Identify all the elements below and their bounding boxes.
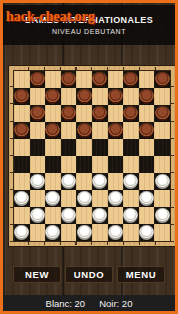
square xyxy=(139,173,155,190)
square xyxy=(30,88,46,105)
square xyxy=(61,190,77,207)
square[interactable]: ⛀ xyxy=(14,224,30,241)
square xyxy=(14,105,30,122)
square[interactable]: ⛀ xyxy=(123,173,139,190)
square[interactable]: ⛂ xyxy=(108,122,124,139)
white-piece[interactable]: ⛀ xyxy=(30,174,45,189)
square xyxy=(76,71,92,88)
square xyxy=(108,207,124,224)
square xyxy=(139,71,155,88)
white-piece[interactable]: ⛀ xyxy=(123,208,138,223)
square[interactable]: ⛂ xyxy=(123,71,139,88)
black-piece[interactable]: ⛂ xyxy=(155,106,170,121)
white-piece[interactable]: ⛀ xyxy=(14,225,29,240)
square[interactable]: ⛀ xyxy=(45,190,61,207)
square[interactable]: ⛂ xyxy=(139,122,155,139)
black-piece[interactable]: ⛂ xyxy=(14,123,29,138)
menu-button[interactable]: MENU xyxy=(117,266,165,283)
square[interactable]: ⛂ xyxy=(45,122,61,139)
app-screen: hack-cheat.org DAMES INTERNATIONALES NIV… xyxy=(0,0,178,314)
white-piece[interactable]: ⛀ xyxy=(92,208,107,223)
coordinate-ticks-bottom xyxy=(13,242,171,245)
black-piece[interactable]: ⛂ xyxy=(92,72,107,87)
square xyxy=(45,71,61,88)
black-count: Noir: 20 xyxy=(99,298,132,309)
square xyxy=(61,122,77,139)
square[interactable]: ⛂ xyxy=(14,88,30,105)
black-piece[interactable]: ⛂ xyxy=(14,89,29,104)
square[interactable]: ⛀ xyxy=(108,190,124,207)
black-piece[interactable]: ⛂ xyxy=(108,123,123,138)
white-piece[interactable]: ⛀ xyxy=(139,225,154,240)
square[interactable] xyxy=(139,156,155,173)
white-piece[interactable]: ⛀ xyxy=(45,191,60,206)
square xyxy=(123,88,139,105)
square xyxy=(45,105,61,122)
square[interactable]: ⛂ xyxy=(92,105,108,122)
square[interactable]: ⛂ xyxy=(61,71,77,88)
square[interactable]: ⛀ xyxy=(92,207,108,224)
square xyxy=(30,156,46,173)
square xyxy=(61,224,77,241)
status-bar: Blanc: 20 Noir: 20 xyxy=(3,295,175,311)
square xyxy=(108,173,124,190)
square[interactable]: ⛀ xyxy=(139,224,155,241)
square[interactable]: ⛀ xyxy=(45,224,61,241)
square xyxy=(30,190,46,207)
square xyxy=(154,224,170,241)
coordinate-ticks-top xyxy=(13,67,171,70)
square[interactable]: ⛂ xyxy=(139,88,155,105)
black-piece[interactable]: ⛂ xyxy=(123,106,138,121)
square xyxy=(123,224,139,241)
black-piece[interactable]: ⛂ xyxy=(45,123,60,138)
square[interactable]: ⛂ xyxy=(108,88,124,105)
black-piece[interactable]: ⛂ xyxy=(139,123,154,138)
black-piece[interactable]: ⛂ xyxy=(30,106,45,121)
black-piece[interactable]: ⛂ xyxy=(30,72,45,87)
square[interactable]: ⛀ xyxy=(30,173,46,190)
black-piece[interactable]: ⛂ xyxy=(123,72,138,87)
square[interactable] xyxy=(154,139,170,156)
black-piece[interactable]: ⛂ xyxy=(77,123,92,138)
square xyxy=(76,139,92,156)
new-button[interactable]: NEW xyxy=(13,266,61,283)
black-piece[interactable]: ⛂ xyxy=(61,106,76,121)
square[interactable] xyxy=(76,156,92,173)
square xyxy=(76,173,92,190)
button-row: NEW UNDO MENU xyxy=(3,266,175,283)
square xyxy=(30,122,46,139)
square[interactable]: ⛀ xyxy=(139,190,155,207)
square xyxy=(123,190,139,207)
square xyxy=(139,105,155,122)
square[interactable]: ⛂ xyxy=(45,88,61,105)
square xyxy=(123,122,139,139)
board-grid: ⛂⛂⛂⛂⛂⛂⛂⛂⛂⛂⛂⛂⛂⛂⛂⛂⛂⛂⛂⛂⛀⛀⛀⛀⛀⛀⛀⛀⛀⛀⛀⛀⛀⛀⛀⛀⛀⛀⛀⛀ xyxy=(13,70,171,242)
square xyxy=(14,173,30,190)
square xyxy=(14,139,30,156)
black-piece[interactable]: ⛂ xyxy=(155,72,170,87)
square[interactable]: ⛂ xyxy=(30,105,46,122)
white-piece[interactable]: ⛀ xyxy=(61,174,76,189)
square xyxy=(61,88,77,105)
square xyxy=(154,156,170,173)
square xyxy=(108,71,124,88)
square xyxy=(139,139,155,156)
square[interactable] xyxy=(30,139,46,156)
white-piece[interactable]: ⛀ xyxy=(108,225,123,240)
square xyxy=(45,139,61,156)
square xyxy=(45,173,61,190)
square[interactable]: ⛂ xyxy=(154,71,170,88)
square[interactable]: ⛀ xyxy=(14,190,30,207)
square[interactable]: ⛂ xyxy=(30,71,46,88)
white-piece[interactable]: ⛀ xyxy=(61,208,76,223)
watermark: hack-cheat.org xyxy=(6,10,95,24)
coordinate-ticks-left xyxy=(10,70,13,242)
square xyxy=(76,105,92,122)
square xyxy=(92,156,108,173)
square xyxy=(154,190,170,207)
white-piece[interactable]: ⛀ xyxy=(14,191,29,206)
difficulty-level: NIVEAU DEBUTANT xyxy=(52,28,126,35)
square[interactable]: ⛀ xyxy=(76,190,92,207)
white-piece[interactable]: ⛀ xyxy=(77,225,92,240)
black-piece[interactable]: ⛂ xyxy=(139,89,154,104)
square xyxy=(154,88,170,105)
black-piece[interactable]: ⛂ xyxy=(108,89,123,104)
black-piece[interactable]: ⛂ xyxy=(77,89,92,104)
square xyxy=(45,207,61,224)
square xyxy=(154,122,170,139)
square[interactable]: ⛂ xyxy=(14,122,30,139)
black-piece[interactable]: ⛂ xyxy=(92,106,107,121)
square[interactable]: ⛀ xyxy=(76,224,92,241)
square[interactable]: ⛂ xyxy=(76,88,92,105)
square[interactable]: ⛀ xyxy=(108,224,124,241)
square[interactable]: ⛀ xyxy=(61,173,77,190)
square xyxy=(123,156,139,173)
square xyxy=(14,207,30,224)
square[interactable]: ⛂ xyxy=(61,105,77,122)
square xyxy=(108,139,124,156)
white-piece[interactable]: ⛀ xyxy=(123,174,138,189)
white-piece[interactable]: ⛀ xyxy=(139,191,154,206)
white-piece[interactable]: ⛀ xyxy=(155,174,170,189)
white-count: Blanc: 20 xyxy=(46,298,86,309)
white-piece[interactable]: ⛀ xyxy=(45,225,60,240)
square[interactable] xyxy=(108,156,124,173)
white-piece[interactable]: ⛀ xyxy=(92,174,107,189)
square xyxy=(61,156,77,173)
square xyxy=(30,224,46,241)
square[interactable] xyxy=(61,139,77,156)
square xyxy=(92,190,108,207)
square[interactable]: ⛂ xyxy=(76,122,92,139)
board: ⛂⛂⛂⛂⛂⛂⛂⛂⛂⛂⛂⛂⛂⛂⛂⛂⛂⛂⛂⛂⛀⛀⛀⛀⛀⛀⛀⛀⛀⛀⛀⛀⛀⛀⛀⛀⛀⛀⛀⛀ xyxy=(8,65,176,247)
square[interactable]: ⛀ xyxy=(61,207,77,224)
square[interactable]: ⛂ xyxy=(92,71,108,88)
white-piece[interactable]: ⛀ xyxy=(108,191,123,206)
square[interactable]: ⛀ xyxy=(123,207,139,224)
square[interactable] xyxy=(92,139,108,156)
square xyxy=(14,71,30,88)
square[interactable]: ⛂ xyxy=(154,105,170,122)
square[interactable] xyxy=(45,156,61,173)
square[interactable] xyxy=(123,139,139,156)
white-piece[interactable]: ⛀ xyxy=(77,191,92,206)
square[interactable]: ⛂ xyxy=(123,105,139,122)
square xyxy=(108,105,124,122)
square xyxy=(92,224,108,241)
square xyxy=(139,207,155,224)
black-piece[interactable]: ⛂ xyxy=(45,89,60,104)
coordinate-ticks-right xyxy=(171,70,174,242)
black-piece[interactable]: ⛂ xyxy=(61,72,76,87)
square xyxy=(92,122,108,139)
square[interactable]: ⛀ xyxy=(154,173,170,190)
white-piece[interactable]: ⛀ xyxy=(30,208,45,223)
white-piece[interactable]: ⛀ xyxy=(155,208,170,223)
square[interactable]: ⛀ xyxy=(92,173,108,190)
square[interactable] xyxy=(14,156,30,173)
undo-button[interactable]: UNDO xyxy=(65,266,113,283)
square xyxy=(92,88,108,105)
square xyxy=(76,207,92,224)
square[interactable]: ⛀ xyxy=(30,207,46,224)
square[interactable]: ⛀ xyxy=(154,207,170,224)
